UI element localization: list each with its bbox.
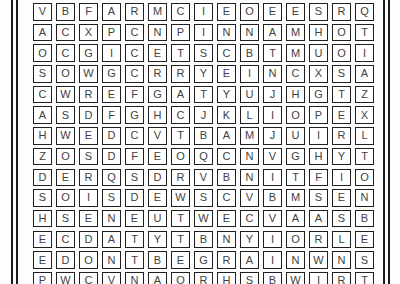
grid-cell[interactable]: C (56, 24, 75, 42)
grid-cell[interactable]: R (332, 3, 351, 21)
grid-cell[interactable]: T (194, 86, 213, 104)
grid-cell[interactable]: D (33, 169, 52, 187)
grid-cell[interactable]: T (125, 231, 144, 249)
grid-cell[interactable]: S (125, 169, 144, 187)
grid-cell[interactable]: V (263, 148, 282, 166)
grid-cell[interactable]: A (33, 106, 52, 124)
grid-cell[interactable]: E (33, 251, 52, 269)
grid-cell[interactable]: N (240, 169, 259, 187)
grid-cell[interactable]: A (240, 251, 259, 269)
grid-cell[interactable]: R (79, 86, 98, 104)
page-border-left-inner (16, 0, 18, 284)
grid-cell[interactable]: O (286, 231, 305, 249)
grid-cell[interactable]: E (355, 231, 374, 249)
grid-cell[interactable]: H (33, 127, 52, 145)
grid-cell[interactable]: G (194, 251, 213, 269)
grid-cell[interactable]: F (125, 86, 144, 104)
grid-cell[interactable]: D (56, 251, 75, 269)
grid-cell[interactable]: V (240, 189, 259, 207)
grid-cell[interactable]: U (148, 210, 167, 228)
grid-cell[interactable]: V (263, 210, 282, 228)
grid-cell[interactable]: Z (355, 86, 374, 104)
grid-cell[interactable]: S (240, 272, 259, 284)
grid-cell[interactable]: E (217, 3, 236, 21)
grid-cell[interactable]: E (148, 148, 167, 166)
grid-cell[interactable]: C (286, 65, 305, 83)
grid-cell[interactable]: A (217, 127, 236, 145)
grid-cell[interactable]: Y (332, 148, 351, 166)
grid-cell[interactable]: I (263, 251, 282, 269)
grid-cell[interactable]: Q (194, 148, 213, 166)
grid-cell[interactable]: N (263, 65, 282, 83)
grid-cell[interactable]: X (309, 65, 328, 83)
grid-cell[interactable]: C (217, 44, 236, 62)
grid-cell[interactable]: S (194, 189, 213, 207)
grid-cell[interactable]: N (355, 189, 374, 207)
grid-cell[interactable]: E (286, 3, 305, 21)
grid-cell[interactable]: B (194, 231, 213, 249)
grid-cell[interactable]: Y (240, 231, 259, 249)
grid-cell[interactable]: E (332, 189, 351, 207)
grid-cell[interactable]: N (125, 272, 144, 284)
grid-cell[interactable]: N (286, 251, 305, 269)
grid-cell[interactable]: M (286, 44, 305, 62)
grid-cell[interactable]: B (194, 127, 213, 145)
grid-cell[interactable]: C (79, 272, 98, 284)
grid-cell[interactable]: E (217, 65, 236, 83)
grid-cell[interactable]: C (125, 127, 144, 145)
grid-cell[interactable]: G (148, 86, 167, 104)
grid-cell[interactable]: T (171, 231, 190, 249)
grid-cell[interactable]: S (79, 148, 98, 166)
grid-cell[interactable]: G (286, 148, 305, 166)
grid-cell[interactable]: S (355, 251, 374, 269)
grid-cell[interactable]: F (125, 148, 144, 166)
grid-cell[interactable]: R (79, 169, 98, 187)
grid-cell[interactable]: R (148, 65, 167, 83)
grid-cell[interactable]: C (217, 189, 236, 207)
grid-cell[interactable]: O (286, 106, 305, 124)
grid-cell[interactable]: D (102, 148, 121, 166)
grid-cell[interactable]: B (355, 210, 374, 228)
grid-cell[interactable]: U (309, 44, 328, 62)
grid-cell[interactable]: D (102, 127, 121, 145)
grid-cell[interactable]: I (263, 106, 282, 124)
word-search-grid: VBFARMCIEOEESRQACXPCNPINNAMHOTOCGICETSCB… (33, 3, 374, 284)
grid-cell[interactable]: S (33, 65, 52, 83)
grid-cell[interactable]: R (194, 272, 213, 284)
grid-cell[interactable]: E (263, 3, 282, 21)
grid-cell[interactable]: I (102, 44, 121, 62)
grid-cell[interactable]: E (148, 189, 167, 207)
grid-cell[interactable]: A (309, 210, 328, 228)
grid-cell[interactable]: C (125, 24, 144, 42)
grid-cell[interactable]: M (148, 3, 167, 21)
grid-cell[interactable]: N (217, 24, 236, 42)
grid-cell[interactable]: T (286, 169, 305, 187)
grid-cell[interactable]: D (79, 106, 98, 124)
grid-cell[interactable]: I (194, 3, 213, 21)
grid-cell[interactable]: X (355, 106, 374, 124)
grid-cell[interactable]: W (171, 189, 190, 207)
grid-cell[interactable]: D (79, 231, 98, 249)
grid-cell[interactable]: O (79, 251, 98, 269)
grid-cell[interactable]: O (171, 272, 190, 284)
grid-cell[interactable]: S (102, 189, 121, 207)
grid-cell[interactable]: V (148, 127, 167, 145)
grid-cell[interactable]: T (171, 44, 190, 62)
grid-cell[interactable]: S (194, 44, 213, 62)
grid-cell[interactable]: S (56, 106, 75, 124)
grid-cell[interactable]: H (33, 210, 52, 228)
grid-cell[interactable]: P (33, 272, 52, 284)
grid-cell[interactable]: R (309, 231, 328, 249)
grid-cell[interactable]: Q (102, 169, 121, 187)
grid-cell[interactable]: O (332, 24, 351, 42)
grid-cell[interactable]: O (33, 44, 52, 62)
grid-cell[interactable]: T (125, 251, 144, 269)
page-border-right-outer (388, 0, 390, 284)
grid-cell[interactable]: W (194, 210, 213, 228)
grid-cell[interactable]: B (148, 251, 167, 269)
grid-cell[interactable]: T (332, 86, 351, 104)
grid-cell[interactable]: W (56, 86, 75, 104)
grid-cell[interactable]: C (217, 148, 236, 166)
grid-cell[interactable]: B (263, 189, 282, 207)
grid-cell[interactable]: E (217, 210, 236, 228)
grid-cell[interactable]: N (217, 231, 236, 249)
grid-cell[interactable]: R (332, 127, 351, 145)
grid-cell[interactable]: S (309, 3, 328, 21)
grid-cell[interactable]: B (217, 169, 236, 187)
grid-cell[interactable]: N (102, 210, 121, 228)
grid-cell[interactable]: E (79, 127, 98, 145)
grid-cell[interactable]: U (240, 86, 259, 104)
grid-cell[interactable]: W (79, 65, 98, 83)
grid-cell[interactable]: N (102, 251, 121, 269)
grid-cell[interactable]: R (171, 169, 190, 187)
grid-cell[interactable]: I (240, 65, 259, 83)
grid-cell[interactable]: E (102, 86, 121, 104)
grid-cell[interactable]: Q (355, 3, 374, 21)
grid-cell[interactable]: H (309, 24, 328, 42)
grid-cell[interactable]: W (286, 272, 305, 284)
grid-cell[interactable]: C (125, 44, 144, 62)
grid-cell[interactable]: C (240, 210, 259, 228)
grid-cell[interactable]: G (79, 44, 98, 62)
grid-cell[interactable]: S (309, 189, 328, 207)
grid-cell[interactable]: T (171, 210, 190, 228)
grid-cell[interactable]: I (309, 272, 328, 284)
grid-cell[interactable]: W (309, 251, 328, 269)
grid-cell[interactable]: S (332, 210, 351, 228)
grid-cell[interactable]: O (56, 65, 75, 83)
grid-cell[interactable]: E (79, 210, 98, 228)
grid-cell[interactable]: I (79, 189, 98, 207)
grid-cell[interactable]: I (309, 127, 328, 145)
grid-cell[interactable]: E (171, 251, 190, 269)
grid-cell[interactable]: A (102, 231, 121, 249)
grid-cell[interactable]: R (217, 251, 236, 269)
grid-cell[interactable]: M (286, 189, 305, 207)
grid-cell[interactable]: Y (194, 65, 213, 83)
grid-cell[interactable]: S (332, 65, 351, 83)
grid-cell[interactable]: D (125, 189, 144, 207)
grid-cell[interactable]: L (332, 231, 351, 249)
grid-cell[interactable]: M (286, 24, 305, 42)
grid-cell[interactable]: A (148, 272, 167, 284)
grid-cell[interactable]: C (171, 106, 190, 124)
grid-cell[interactable]: B (263, 272, 282, 284)
grid-cell[interactable]: I (263, 231, 282, 249)
grid-cell[interactable]: E (332, 106, 351, 124)
grid-cell[interactable]: C (56, 44, 75, 62)
grid-cell[interactable]: A (263, 24, 282, 42)
grid-cell[interactable]: Y (148, 231, 167, 249)
grid-cell[interactable]: O (56, 189, 75, 207)
grid-cell[interactable]: T (355, 24, 374, 42)
grid-cell[interactable]: C (125, 65, 144, 83)
grid-cell[interactable]: O (171, 148, 190, 166)
grid-cell[interactable]: F (79, 3, 98, 21)
grid-cell[interactable]: H (148, 106, 167, 124)
grid-cell[interactable]: J (194, 106, 213, 124)
grid-cell[interactable]: D (148, 169, 167, 187)
grid-cell[interactable]: C (33, 86, 52, 104)
grid-cell[interactable]: M (240, 127, 259, 145)
grid-cell[interactable]: B (240, 44, 259, 62)
grid-cell[interactable]: W (56, 127, 75, 145)
grid-cell[interactable]: R (171, 65, 190, 83)
grid-cell[interactable]: C (171, 3, 190, 21)
grid-cell[interactable]: H (286, 86, 305, 104)
grid-cell[interactable]: O (355, 169, 374, 187)
grid-cell[interactable]: E (125, 210, 144, 228)
grid-cell[interactable]: E (148, 44, 167, 62)
grid-cell[interactable]: Z (33, 148, 52, 166)
grid-cell[interactable]: P (171, 24, 190, 42)
grid-cell[interactable]: A (355, 65, 374, 83)
grid-cell[interactable]: R (125, 3, 144, 21)
grid-cell[interactable]: C (56, 231, 75, 249)
grid-cell[interactable]: N (332, 251, 351, 269)
grid-cell[interactable]: O (332, 44, 351, 62)
grid-cell[interactable]: E (33, 231, 52, 249)
grid-cell[interactable]: S (33, 189, 52, 207)
grid-cell[interactable]: T (355, 148, 374, 166)
grid-cell[interactable]: I (194, 24, 213, 42)
grid-cell[interactable]: R (332, 272, 351, 284)
grid-cell[interactable]: L (240, 106, 259, 124)
page-border-left-outer (11, 0, 13, 284)
page-border-right-inner (383, 0, 385, 284)
grid-cell[interactable]: V (194, 169, 213, 187)
grid-cell[interactable]: X (79, 24, 98, 42)
grid-cell[interactable]: O (240, 3, 259, 21)
grid-cell[interactable]: O (56, 148, 75, 166)
grid-cell[interactable]: N (148, 24, 167, 42)
grid-cell[interactable]: S (56, 210, 75, 228)
grid-cell[interactable]: A (102, 3, 121, 21)
grid-cell[interactable]: V (102, 272, 121, 284)
grid-cell[interactable]: J (263, 86, 282, 104)
grid-cell[interactable]: P (102, 24, 121, 42)
grid-cell[interactable]: U (286, 127, 305, 145)
grid-cell[interactable]: N (240, 24, 259, 42)
grid-cell[interactable]: W (56, 272, 75, 284)
grid-cell[interactable]: A (33, 24, 52, 42)
grid-cell[interactable]: V (33, 3, 52, 21)
grid-cell[interactable]: F (309, 169, 328, 187)
grid-cell[interactable]: B (56, 3, 75, 21)
grid-cell[interactable]: P (309, 106, 328, 124)
grid-cell[interactable]: H (217, 272, 236, 284)
grid-cell[interactable]: E (56, 169, 75, 187)
grid-cell[interactable]: G (309, 86, 328, 104)
grid-cell[interactable]: G (102, 65, 121, 83)
grid-cell[interactable]: I (355, 44, 374, 62)
grid-cell[interactable]: Y (217, 86, 236, 104)
grid-cell[interactable]: F (102, 106, 121, 124)
grid-cell[interactable]: H (309, 148, 328, 166)
grid-cell[interactable]: J (263, 127, 282, 145)
grid-cell[interactable]: A (286, 210, 305, 228)
grid-cell[interactable]: T (263, 44, 282, 62)
grid-cell[interactable]: T (171, 127, 190, 145)
grid-cell[interactable]: K (217, 106, 236, 124)
grid-cell[interactable]: N (240, 148, 259, 166)
grid-cell[interactable]: T (355, 272, 374, 284)
grid-cell[interactable]: L (355, 127, 374, 145)
grid-cell[interactable]: I (263, 169, 282, 187)
grid-cell[interactable]: A (171, 86, 190, 104)
grid-cell[interactable]: G (125, 106, 144, 124)
grid-cell[interactable]: I (332, 169, 351, 187)
